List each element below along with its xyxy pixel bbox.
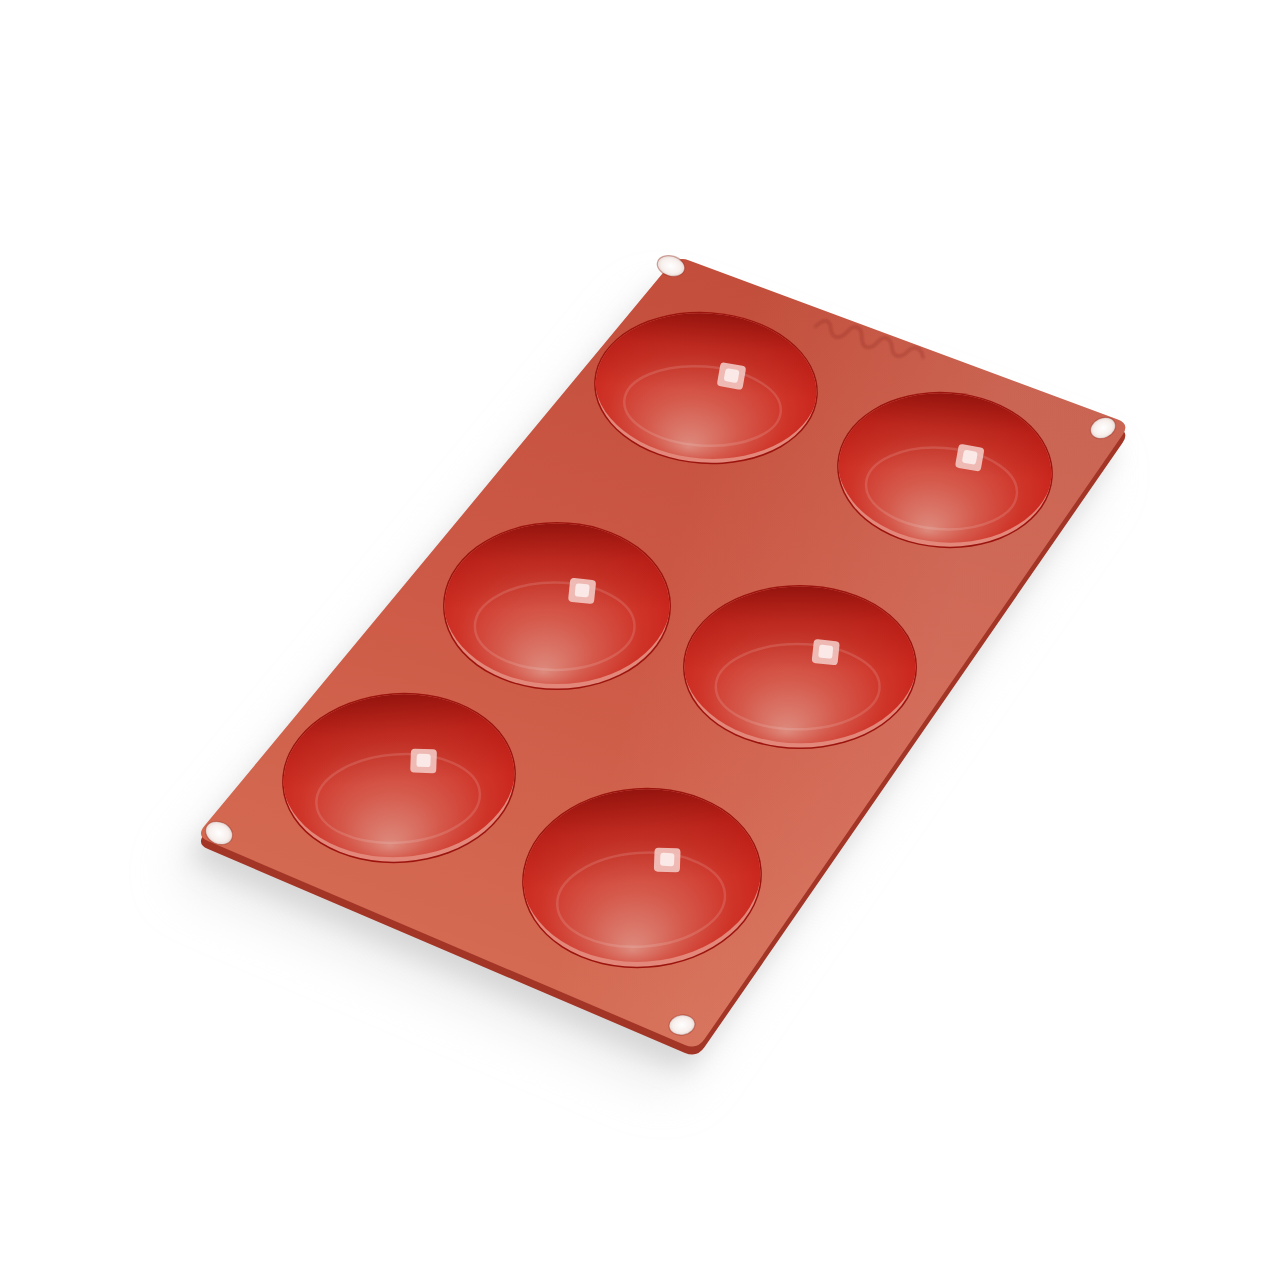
mold-scene [0, 0, 1280, 1280]
cavity-specular-highlight [568, 578, 596, 605]
cavity-specular-highlight [410, 748, 437, 773]
cavity-specular-highlight [717, 362, 747, 390]
cavity-specular-highlight [654, 848, 681, 873]
cavity-specular-highlight [955, 444, 985, 472]
product-photo [0, 0, 1280, 1280]
cavity-specular-highlight [812, 639, 840, 666]
